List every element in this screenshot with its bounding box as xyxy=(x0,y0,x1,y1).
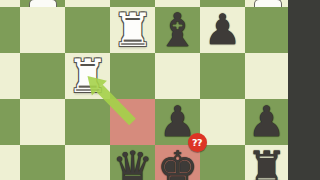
video-frame: ♜♝♟♜♟♟♛♚♜ ?? xyxy=(0,0,320,180)
black-pawn[interactable]: ♟ xyxy=(204,9,242,51)
white-rook[interactable]: ♜ xyxy=(67,53,108,99)
square-c1r2[interactable] xyxy=(20,53,65,99)
square-c5r2[interactable] xyxy=(200,53,245,99)
square-c1r4[interactable] xyxy=(20,145,65,180)
square-c6r2[interactable] xyxy=(245,53,288,99)
black-queen[interactable]: ♛ xyxy=(112,145,153,180)
square-c3r1[interactable]: ♜ xyxy=(110,7,155,53)
square-c0r1[interactable] xyxy=(0,7,20,53)
square-c2r3[interactable] xyxy=(65,99,110,145)
blunder-badge: ?? xyxy=(188,133,207,152)
white-rook[interactable]: ♜ xyxy=(112,7,153,53)
square-c2r2[interactable]: ♜ xyxy=(65,53,110,99)
square-c3r2[interactable] xyxy=(110,53,155,99)
square-c3r4[interactable]: ♛ xyxy=(110,145,155,180)
square-c1r3[interactable] xyxy=(20,99,65,145)
black-pawn[interactable]: ♟ xyxy=(248,101,286,143)
square-c2r0[interactable] xyxy=(65,0,110,7)
background-strip xyxy=(288,0,320,180)
square-c6r3[interactable]: ♟ xyxy=(245,99,288,145)
square-c6r1[interactable] xyxy=(245,7,288,53)
square-c0r4[interactable] xyxy=(0,145,20,180)
square-c3r3[interactable] xyxy=(110,99,155,145)
square-c6r4[interactable]: ♜ xyxy=(245,145,288,180)
square-c2r4[interactable] xyxy=(65,145,110,180)
square-c1r1[interactable] xyxy=(20,7,65,53)
square-c0r3[interactable] xyxy=(0,99,20,145)
square-c5r1[interactable]: ♟ xyxy=(200,7,245,53)
black-rook[interactable]: ♜ xyxy=(246,145,287,180)
square-c5r4[interactable] xyxy=(200,145,245,180)
square-c5r3[interactable] xyxy=(200,99,245,145)
square-c2r1[interactable] xyxy=(65,7,110,53)
chess-board[interactable]: ♜♝♟♜♟♟♛♚♜ xyxy=(0,0,288,180)
square-c4r2[interactable] xyxy=(155,53,200,99)
square-c0r0[interactable] xyxy=(0,0,20,7)
square-c4r1[interactable]: ♝ xyxy=(155,7,200,53)
black-bishop[interactable]: ♝ xyxy=(157,7,198,53)
square-c0r2[interactable] xyxy=(0,53,20,99)
